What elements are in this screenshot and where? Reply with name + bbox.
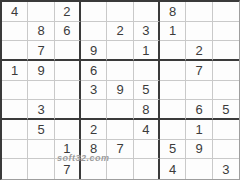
cell-r9c6[interactable] <box>134 159 160 179</box>
cell-r4c5[interactable] <box>107 61 133 81</box>
given-digit: 6 <box>90 63 97 78</box>
cell-r5c3[interactable] <box>55 81 81 101</box>
cell-r1c1[interactable]: 4 <box>2 2 28 22</box>
given-digit: 5 <box>222 102 229 117</box>
cell-r3c4[interactable]: 9 <box>81 41 107 61</box>
cell-r6c5[interactable] <box>107 100 133 120</box>
cell-r6c8[interactable]: 6 <box>186 100 212 120</box>
cell-r4c9[interactable] <box>213 61 239 81</box>
cell-r5c5[interactable]: 9 <box>107 81 133 101</box>
cell-r9c5[interactable] <box>107 159 133 179</box>
cell-r1c4[interactable] <box>81 2 107 22</box>
cell-r8c6[interactable] <box>134 140 160 160</box>
cell-r4c8[interactable]: 7 <box>186 61 212 81</box>
cell-r1c3[interactable]: 2 <box>55 2 81 22</box>
cell-r8c2[interactable] <box>28 140 54 160</box>
cell-r9c9[interactable]: 3 <box>213 159 239 179</box>
given-digit: 5 <box>142 82 149 97</box>
cell-r5c1[interactable] <box>2 81 28 101</box>
cell-r1c7[interactable]: 8 <box>160 2 186 22</box>
cell-r5c9[interactable] <box>213 81 239 101</box>
cell-r4c3[interactable] <box>55 61 81 81</box>
given-digit: 7 <box>63 162 70 177</box>
cell-r7c4[interactable]: 2 <box>81 120 107 140</box>
cell-r2c3[interactable]: 6 <box>55 22 81 42</box>
given-digit: 1 <box>169 23 176 38</box>
cell-r6c1[interactable] <box>2 100 28 120</box>
cell-r8c7[interactable]: 5 <box>160 140 186 160</box>
given-digit: 7 <box>37 43 44 58</box>
cell-r9c7[interactable]: 4 <box>160 159 186 179</box>
cell-r1c2[interactable] <box>28 2 54 22</box>
given-digit: 2 <box>116 23 123 38</box>
cell-r6c6[interactable]: 8 <box>134 100 160 120</box>
cell-r3c5[interactable] <box>107 41 133 61</box>
given-digit: 4 <box>11 4 18 19</box>
cell-r9c4[interactable] <box>81 159 107 179</box>
cell-r2c1[interactable] <box>2 22 28 42</box>
cell-r5c6[interactable]: 5 <box>134 81 160 101</box>
given-digit: 3 <box>222 162 229 177</box>
cell-r3c1[interactable] <box>2 41 28 61</box>
cell-r2c6[interactable]: 3 <box>134 22 160 42</box>
cell-r2c5[interactable]: 2 <box>107 22 133 42</box>
cell-r5c8[interactable] <box>186 81 212 101</box>
cell-r3c7[interactable] <box>160 41 186 61</box>
given-digit: 3 <box>142 23 149 38</box>
given-digit: 8 <box>169 4 176 19</box>
given-digit: 9 <box>116 82 123 97</box>
cell-r8c4[interactable]: 8 <box>81 140 107 160</box>
given-digit: 8 <box>142 102 149 117</box>
given-digit: 1 <box>11 63 18 78</box>
cell-r7c6[interactable]: 4 <box>134 120 160 140</box>
cell-r8c5[interactable]: 7 <box>107 140 133 160</box>
cell-r3c9[interactable] <box>213 41 239 61</box>
cell-r6c4[interactable] <box>81 100 107 120</box>
cell-r4c7[interactable] <box>160 61 186 81</box>
cell-r9c8[interactable] <box>186 159 212 179</box>
cell-r3c2[interactable]: 7 <box>28 41 54 61</box>
cell-r4c1[interactable]: 1 <box>2 61 28 81</box>
cell-r8c8[interactable]: 9 <box>186 140 212 160</box>
given-digit: 2 <box>63 4 70 19</box>
cell-r2c7[interactable]: 1 <box>160 22 186 42</box>
given-digit: 9 <box>90 43 97 58</box>
cell-r2c9[interactable] <box>213 22 239 42</box>
given-digit: 1 <box>195 122 202 137</box>
given-digit: 4 <box>169 162 176 177</box>
given-digit: 8 <box>90 141 97 156</box>
cell-r7c5[interactable] <box>107 120 133 140</box>
cell-r7c3[interactable] <box>55 120 81 140</box>
given-digit: 6 <box>195 102 202 117</box>
given-digit: 7 <box>195 63 202 78</box>
cell-r4c6[interactable] <box>134 61 160 81</box>
cell-r4c4[interactable]: 6 <box>81 61 107 81</box>
cell-r6c3[interactable] <box>55 100 81 120</box>
cell-r9c1[interactable] <box>2 159 28 179</box>
cell-r7c8[interactable]: 1 <box>186 120 212 140</box>
cell-r1c5[interactable] <box>107 2 133 22</box>
given-digit: 1 <box>142 43 149 58</box>
cell-r8c3[interactable]: 1 <box>55 140 81 160</box>
cell-r9c3[interactable]: 7 <box>55 159 81 179</box>
cell-r7c9[interactable] <box>213 120 239 140</box>
given-digit: 2 <box>195 43 202 58</box>
cell-r5c4[interactable]: 3 <box>81 81 107 101</box>
given-digit: 1 <box>63 141 70 156</box>
cell-r4c2[interactable]: 9 <box>28 61 54 81</box>
cell-r3c3[interactable] <box>55 41 81 61</box>
given-digit: 9 <box>37 63 44 78</box>
cell-r5c7[interactable] <box>160 81 186 101</box>
cell-r2c2[interactable]: 8 <box>28 22 54 42</box>
cell-r6c7[interactable] <box>160 100 186 120</box>
given-digit: 7 <box>116 141 123 156</box>
cell-r7c7[interactable] <box>160 120 186 140</box>
given-digit: 6 <box>63 23 70 38</box>
cell-r3c6[interactable]: 1 <box>134 41 160 61</box>
given-digit: 5 <box>37 122 44 137</box>
cell-r3c8[interactable]: 2 <box>186 41 212 61</box>
given-digit: 9 <box>195 141 202 156</box>
sudoku-board: 42886231791219673953865524118759743 <box>0 0 240 180</box>
given-digit: 2 <box>90 122 97 137</box>
sudoku-app: 42886231791219673953865524118759743 soft… <box>0 0 240 180</box>
given-digit: 3 <box>37 102 44 117</box>
cell-r5c2[interactable] <box>28 81 54 101</box>
cell-r8c1[interactable] <box>2 140 28 160</box>
cell-r8c9[interactable] <box>213 140 239 160</box>
cell-r6c9[interactable]: 5 <box>213 100 239 120</box>
cell-r2c4[interactable] <box>81 22 107 42</box>
cell-r1c9[interactable] <box>213 2 239 22</box>
cell-r6c2[interactable]: 3 <box>28 100 54 120</box>
cell-r7c2[interactable]: 5 <box>28 120 54 140</box>
cell-r1c8[interactable] <box>186 2 212 22</box>
given-digit: 4 <box>142 122 149 137</box>
given-digit: 5 <box>169 141 176 156</box>
given-digit: 3 <box>90 82 97 97</box>
cell-r7c1[interactable] <box>2 120 28 140</box>
given-digit: 8 <box>37 23 44 38</box>
cell-r2c8[interactable] <box>186 22 212 42</box>
cell-r1c6[interactable] <box>134 2 160 22</box>
cell-r9c2[interactable] <box>28 159 54 179</box>
